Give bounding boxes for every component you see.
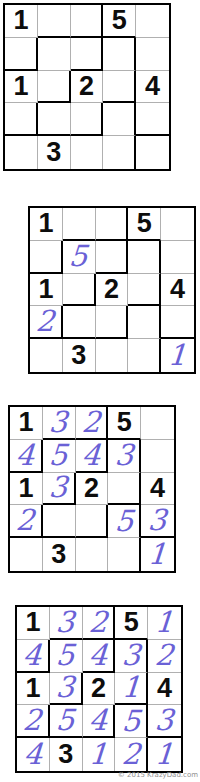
- given-digit: 1: [13, 7, 28, 34]
- suguru-board-step-3-cell-r3c4: [108, 473, 141, 506]
- given-digit: 1: [18, 475, 33, 502]
- suguru-board-step-1-cell-r3c5: 4: [136, 71, 169, 104]
- pen-digit: 2: [22, 706, 42, 735]
- suguru-board-step-2-cell-r1c3: [96, 208, 129, 241]
- suguru-board-step-3-cell-r2c5: [141, 440, 174, 473]
- pen-digit: 4: [88, 706, 108, 735]
- suguru-board-step-4-cell-r3c5: 4: [148, 673, 181, 706]
- suguru-board-step-4-cell-r1c5: 1: [148, 607, 181, 640]
- suguru-board-step-3-cell-r1c5: [141, 407, 174, 440]
- suguru-board-step-1-cell-r1c3: [71, 5, 104, 38]
- suguru-board-step-1-cell-r3c2: [38, 71, 71, 104]
- pen-digit: 5: [121, 707, 141, 736]
- suguru-board-step-4-cell-r3c1: 1: [17, 673, 50, 706]
- suguru-board-step-2-cell-r2c1: [30, 241, 63, 274]
- suguru-board-step-4-cell-r5c2: 3: [50, 738, 83, 771]
- suguru-board-step-1-cell-r5c1: [5, 136, 38, 169]
- suguru-board-step-2-cell-r5c1: [30, 339, 63, 372]
- given-digit: 1: [25, 609, 40, 636]
- suguru-board-step-1-cell-r3c1: 1: [5, 71, 38, 104]
- given-digit: 3: [71, 342, 86, 369]
- pen-digit: 5: [55, 706, 75, 735]
- copyright-text: © 2015 KrazyDad.com: [118, 771, 198, 779]
- suguru-board-step-3-cell-r1c2: 3: [43, 407, 76, 440]
- pen-digit: 4: [15, 441, 35, 470]
- given-digit: 4: [145, 73, 160, 100]
- suguru-board-step-2-cell-r4c2: [63, 306, 96, 339]
- suguru-board-step-2-cell-r5c2: 3: [63, 339, 96, 372]
- suguru-board-step-2-cell-r3c3: 2: [96, 274, 129, 307]
- suguru-board-step-4: 1325145432132142545343121: [15, 605, 183, 773]
- given-digit: 2: [91, 675, 106, 702]
- suguru-board-step-2-cell-r2c2: 5: [63, 241, 96, 274]
- given-digit: 5: [137, 210, 152, 237]
- suguru-board-step-3-cell-r5c4: [108, 538, 141, 571]
- given-digit: 5: [124, 609, 139, 636]
- suguru-board-step-2-cell-r1c5: [161, 208, 194, 241]
- suguru-board-step-1-cell-r2c4: [103, 38, 136, 71]
- suguru-board-step-2-cell-r2c3: [96, 241, 129, 274]
- suguru-board-step-2-cell-r4c1: 2: [30, 306, 63, 339]
- suguru-board-step-1-cell-r5c4: [103, 136, 136, 169]
- suguru-board-step-3-cell-r4c4: 5: [108, 505, 141, 538]
- pen-digit: 4: [81, 441, 101, 470]
- suguru-board-step-3-cell-r4c1: 2: [10, 505, 43, 538]
- suguru-board-step-4-cell-r4c2: 5: [50, 705, 83, 738]
- suguru-board-step-2-cell-r2c5: [161, 241, 194, 274]
- pen-digit: 4: [22, 641, 42, 670]
- suguru-board-step-3-cell-r4c2: [43, 505, 76, 538]
- suguru-board-step-2: 155124231: [28, 206, 196, 374]
- pen-digit: 1: [88, 740, 108, 769]
- pen-digit: 2: [81, 408, 101, 437]
- suguru-board-step-2-cell-r5c4: [128, 339, 161, 372]
- given-digit: 1: [38, 210, 53, 237]
- given-digit: 4: [170, 276, 185, 303]
- suguru-board-step-4-cell-r1c4: 5: [115, 607, 148, 640]
- pen-digit: 2: [154, 641, 174, 670]
- suguru-board-step-4-cell-r1c2: 3: [50, 607, 83, 640]
- suguru-board-step-1-cell-r1c5: [136, 5, 169, 38]
- suguru-board-step-1-cell-r4c3: [71, 103, 104, 136]
- suguru-board-step-3-cell-r3c3: 2: [76, 473, 109, 506]
- pen-digit: 1: [167, 341, 187, 370]
- suguru-board-step-4-cell-r3c3: 2: [83, 673, 116, 706]
- pen-digit: 5: [48, 441, 68, 470]
- suguru-board-step-3-cell-r2c4: 3: [108, 440, 141, 473]
- suguru-board-step-4-cell-r3c2: 3: [50, 673, 83, 706]
- suguru-board-step-3-cell-r5c2: 3: [43, 538, 76, 571]
- suguru-board-step-1-cell-r4c5: [136, 103, 169, 136]
- suguru-board-step-2-cell-r1c2: [63, 208, 96, 241]
- suguru-board-step-1: 151243: [3, 3, 171, 171]
- suguru-board-step-1-cell-r5c3: [71, 136, 104, 169]
- suguru-board-step-4-cell-r1c1: 1: [17, 607, 50, 640]
- suguru-board-step-4-cell-r2c5: 2: [148, 640, 181, 673]
- pen-digit: 3: [154, 706, 174, 735]
- suguru-board-step-2-cell-r3c4: [128, 274, 161, 307]
- suguru-board-step-1-cell-r3c3: 2: [71, 71, 104, 104]
- given-digit: 5: [112, 7, 127, 34]
- suguru-board-step-4-cell-r5c1: 4: [17, 738, 50, 771]
- suguru-board-step-4-cell-r1c3: 2: [83, 607, 116, 640]
- pen-digit: 3: [48, 408, 68, 437]
- suguru-board-step-4-cell-r4c4: 5: [115, 705, 148, 738]
- suguru-board-step-4-cell-r5c5: 1: [148, 738, 181, 771]
- suguru-board-step-2-cell-r4c5: [161, 306, 194, 339]
- suguru-board-step-2-cell-r3c2: [63, 274, 96, 307]
- given-digit: 3: [46, 139, 61, 166]
- suguru-board-step-1-cell-r2c2: [38, 38, 71, 71]
- given-digit: 5: [117, 409, 132, 436]
- suguru-board-step-4-cell-r2c3: 4: [83, 640, 116, 673]
- given-digit: 1: [25, 675, 40, 702]
- given-digit: 2: [84, 475, 99, 502]
- pen-digit: 4: [88, 641, 108, 670]
- suguru-board-step-3-cell-r5c1: [10, 538, 43, 571]
- suguru-board-step-1-cell-r1c4: 5: [103, 5, 136, 38]
- suguru-board-step-1-cell-r1c1: 1: [5, 5, 38, 38]
- suguru-board-step-3-cell-r3c5: 4: [141, 473, 174, 506]
- suguru-board-step-3-cell-r2c2: 5: [43, 440, 76, 473]
- pen-digit: 3: [121, 641, 141, 670]
- suguru-board-step-3-cell-r1c1: 1: [10, 407, 43, 440]
- given-digit: 3: [58, 741, 73, 768]
- pen-digit: 3: [55, 608, 75, 637]
- given-digit: 1: [13, 73, 28, 100]
- suguru-board-step-1-cell-r4c4: [103, 103, 136, 136]
- given-digit: 1: [38, 276, 53, 303]
- suguru-board-step-2-cell-r5c3: [96, 339, 129, 372]
- suguru-board-step-1-cell-r4c1: [5, 103, 38, 136]
- suguru-board-step-2-cell-r1c4: 5: [128, 208, 161, 241]
- suguru-board-step-3-cell-r2c3: 4: [76, 440, 109, 473]
- suguru-board-step-1-cell-r2c3: [71, 38, 104, 71]
- suguru-board-step-1-cell-r3c4: [103, 71, 136, 104]
- pen-digit: 1: [121, 673, 141, 702]
- pen-digit: 1: [154, 740, 174, 769]
- given-digit: 2: [79, 73, 94, 100]
- pen-digit: 2: [15, 506, 35, 535]
- suguru-board-step-4-cell-r2c4: 3: [115, 640, 148, 673]
- suguru-board-step-3-cell-r1c4: 5: [108, 407, 141, 440]
- suguru-board-step-2-cell-r3c5: 4: [161, 274, 194, 307]
- suguru-board-step-2-cell-r3c1: 1: [30, 274, 63, 307]
- pen-digit: 2: [88, 608, 108, 637]
- suguru-board-step-1-cell-r1c2: [38, 5, 71, 38]
- suguru-board-step-1-cell-r5c5: [136, 136, 169, 169]
- suguru-board-step-2-cell-r4c4: [128, 306, 161, 339]
- pen-digit: 2: [35, 307, 55, 336]
- pen-digit: 3: [147, 506, 167, 535]
- given-digit: 4: [157, 675, 172, 702]
- suguru-board-step-3-cell-r5c5: 1: [141, 538, 174, 571]
- given-digit: 3: [51, 541, 66, 568]
- pen-digit: 5: [55, 641, 75, 670]
- suguru-board-step-4-cell-r2c1: 4: [17, 640, 50, 673]
- suguru-board-step-3-cell-r1c3: 2: [76, 407, 109, 440]
- suguru-board-step-1-cell-r2c5: [136, 38, 169, 71]
- suguru-board-step-2-cell-r4c3: [96, 306, 129, 339]
- given-digit: 4: [150, 475, 165, 502]
- given-digit: 1: [18, 409, 33, 436]
- suguru-board-step-4-cell-r4c5: 3: [148, 705, 181, 738]
- given-digit: 2: [104, 276, 119, 303]
- suguru-board-step-3-cell-r2c1: 4: [10, 440, 43, 473]
- suguru-board-step-4-cell-r3c4: 1: [115, 673, 148, 706]
- suguru-board-step-1-cell-r4c2: [38, 103, 71, 136]
- pen-digit: 3: [55, 673, 75, 702]
- suguru-board-step-3-cell-r4c3: [76, 505, 109, 538]
- suguru-board-step-2-cell-r2c4: [128, 241, 161, 274]
- pen-digit: 5: [68, 242, 88, 271]
- pen-digit: 3: [114, 441, 134, 470]
- suguru-board-step-3-cell-r5c3: [76, 538, 109, 571]
- pen-digit: 4: [23, 740, 43, 769]
- suguru-board-step-4-cell-r2c2: 5: [50, 640, 83, 673]
- suguru-board-step-3-cell-r3c2: 3: [43, 473, 76, 506]
- suguru-board-step-4-cell-r4c1: 2: [17, 705, 50, 738]
- suguru-board-step-3-cell-r3c1: 1: [10, 473, 43, 506]
- suguru-board-step-3-cell-r4c5: 3: [141, 505, 174, 538]
- suguru-board-step-2-cell-r1c1: 1: [30, 208, 63, 241]
- suguru-board-step-1-cell-r5c2: 3: [38, 136, 71, 169]
- pen-digit: 3: [48, 473, 68, 502]
- suguru-board-step-4-cell-r4c3: 4: [83, 705, 116, 738]
- suguru-board-step-3: 13254543132425331: [8, 405, 176, 573]
- pen-digit: 1: [147, 540, 167, 569]
- suguru-board-step-4-cell-r5c3: 1: [83, 738, 116, 771]
- pen-digit: 2: [121, 740, 141, 769]
- pen-digit: 5: [114, 507, 134, 536]
- suguru-board-step-1-cell-r2c1: [5, 38, 38, 71]
- pen-digit: 1: [154, 608, 174, 637]
- suguru-board-step-4-cell-r5c4: 2: [115, 738, 148, 771]
- suguru-board-step-2-cell-r5c5: 1: [161, 339, 194, 372]
